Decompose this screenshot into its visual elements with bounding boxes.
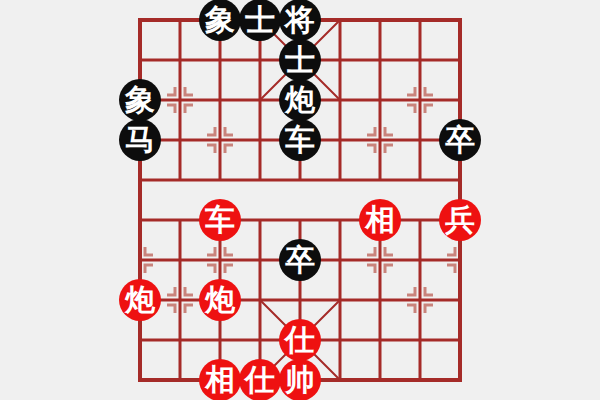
pieces-layer: 象士将士象炮马车卒车相兵卒炮炮仕相仕帅 — [120, 0, 480, 400]
piece-black-soldier[interactable]: 卒 — [439, 119, 481, 161]
piece-black-cannon[interactable]: 炮 — [279, 79, 321, 121]
piece-red-soldier[interactable]: 兵 — [439, 199, 481, 241]
piece-red-elephant[interactable]: 相 — [359, 199, 401, 241]
piece-black-advisor[interactable]: 士 — [279, 39, 321, 81]
piece-red-general[interactable]: 帅 — [279, 359, 321, 400]
piece-black-chariot[interactable]: 车 — [279, 119, 321, 161]
piece-black-advisor[interactable]: 士 — [239, 0, 281, 41]
piece-red-cannon[interactable]: 炮 — [199, 279, 241, 321]
piece-black-general[interactable]: 将 — [279, 0, 321, 41]
piece-red-cannon[interactable]: 炮 — [119, 279, 161, 321]
piece-red-elephant[interactable]: 相 — [199, 359, 241, 400]
piece-red-advisor[interactable]: 仕 — [239, 359, 281, 400]
piece-black-soldier[interactable]: 卒 — [279, 239, 321, 281]
xiangqi-board: 象士将士象炮马车卒车相兵卒炮炮仕相仕帅 — [0, 0, 600, 400]
piece-black-elephant[interactable]: 象 — [119, 79, 161, 121]
piece-red-chariot[interactable]: 车 — [199, 199, 241, 241]
piece-black-elephant[interactable]: 象 — [199, 0, 241, 41]
piece-red-advisor[interactable]: 仕 — [279, 319, 321, 361]
piece-black-horse[interactable]: 马 — [119, 119, 161, 161]
